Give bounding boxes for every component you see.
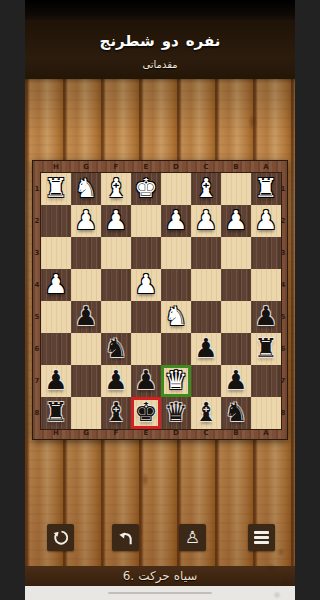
- black-queen: ♛: [161, 397, 191, 429]
- black-bishop: ♝: [191, 397, 221, 429]
- white-rook: ♜: [251, 173, 281, 205]
- white-pawn: ♟: [221, 205, 251, 237]
- white-rook: ♜: [41, 173, 71, 205]
- square-a4[interactable]: [251, 269, 281, 301]
- menu-button[interactable]: [248, 524, 275, 551]
- move-number: 6.: [123, 569, 134, 583]
- black-rook: ♜: [41, 397, 71, 429]
- square-d8[interactable]: ♛: [161, 397, 191, 429]
- white-bishop: ♝: [101, 173, 131, 205]
- square-g2[interactable]: ♟: [71, 205, 101, 237]
- rank-label-7: 7: [33, 365, 41, 397]
- black-pawn: ♟: [131, 365, 161, 397]
- black-pawn: ♟: [221, 365, 251, 397]
- square-f5[interactable]: [101, 301, 131, 333]
- black-pawn: ♟: [101, 365, 131, 397]
- square-e7[interactable]: ♟: [131, 365, 161, 397]
- square-g6[interactable]: [71, 333, 101, 365]
- square-f1[interactable]: ♝: [101, 173, 131, 205]
- square-b1[interactable]: [221, 173, 251, 205]
- restart-button[interactable]: [47, 524, 74, 551]
- rank-label-4: 4: [33, 269, 41, 301]
- square-g1[interactable]: ♞: [71, 173, 101, 205]
- status-word-1: حرکت: [138, 569, 170, 583]
- black-knight: ♞: [221, 397, 251, 429]
- square-e5[interactable]: [131, 301, 161, 333]
- white-pawn: ♟: [101, 205, 131, 237]
- move-status-bar: 6. حرکت سیاه: [25, 566, 295, 586]
- square-a1[interactable]: ♜: [251, 173, 281, 205]
- square-h4[interactable]: ♟: [41, 269, 71, 301]
- square-g4[interactable]: [71, 269, 101, 301]
- square-h6[interactable]: [41, 333, 71, 365]
- square-h7[interactable]: ♟: [41, 365, 71, 397]
- square-c2[interactable]: ♟: [191, 205, 221, 237]
- square-b8[interactable]: ♞: [221, 397, 251, 429]
- white-pawn: ♟: [191, 205, 221, 237]
- white-queen: ♛: [161, 365, 191, 397]
- title-word-2: دو: [162, 32, 179, 50]
- black-pawn: ♟: [71, 301, 101, 333]
- square-f2[interactable]: ♟: [101, 205, 131, 237]
- black-pawn: ♟: [251, 301, 281, 333]
- square-e3[interactable]: [131, 237, 161, 269]
- square-e4[interactable]: ♟: [131, 269, 161, 301]
- square-c4[interactable]: [191, 269, 221, 301]
- square-g3[interactable]: [71, 237, 101, 269]
- rank-label-3: 3: [33, 237, 41, 269]
- black-bishop: ♝: [101, 397, 131, 429]
- android-status-bar: [25, 0, 295, 20]
- square-g5[interactable]: ♟: [71, 301, 101, 333]
- undo-icon: [116, 528, 135, 547]
- file-label-e: E: [131, 161, 161, 173]
- square-c8[interactable]: ♝: [191, 397, 221, 429]
- page-subtitle: مقدماتی: [25, 59, 295, 70]
- square-d2[interactable]: ♟: [161, 205, 191, 237]
- file-label-a: A: [251, 161, 281, 173]
- rank-label-5: 5: [33, 301, 41, 333]
- page-title: شطرنج دو نفره: [25, 32, 295, 50]
- app-screen: شطرنج دو نفره مقدماتی HGFEDCBA HGFEDCBA …: [25, 0, 295, 600]
- square-a8[interactable]: [251, 397, 281, 429]
- pawn-icon: ♙: [185, 524, 200, 551]
- pieces-button[interactable]: ♙: [179, 524, 206, 551]
- square-h5[interactable]: [41, 301, 71, 333]
- white-knight: ♞: [161, 301, 191, 333]
- square-b7[interactable]: ♟: [221, 365, 251, 397]
- black-knight: ♞: [101, 333, 131, 365]
- white-pawn: ♟: [161, 205, 191, 237]
- square-b2[interactable]: ♟: [221, 205, 251, 237]
- title-word-3: نفره: [186, 32, 221, 50]
- file-label-b: B: [221, 161, 251, 173]
- square-d1[interactable]: [161, 173, 191, 205]
- square-a5[interactable]: ♟: [251, 301, 281, 333]
- square-b5[interactable]: [221, 301, 251, 333]
- square-a6[interactable]: ♜: [251, 333, 281, 365]
- file-label-d: D: [161, 161, 191, 173]
- square-c5[interactable]: [191, 301, 221, 333]
- square-h2[interactable]: [41, 205, 71, 237]
- menu-icon: [254, 531, 269, 544]
- undo-button[interactable]: [112, 524, 139, 551]
- restart-icon: [51, 528, 70, 547]
- white-knight: ♞: [71, 173, 101, 205]
- square-h1[interactable]: ♜: [41, 173, 71, 205]
- white-pawn: ♟: [41, 269, 71, 301]
- square-f8[interactable]: ♝: [101, 397, 131, 429]
- square-d7[interactable]: ♛: [161, 365, 191, 397]
- rank-label-6: 6: [33, 333, 41, 365]
- square-g7[interactable]: [71, 365, 101, 397]
- square-e2[interactable]: [131, 205, 161, 237]
- square-a7[interactable]: [251, 365, 281, 397]
- square-a2[interactable]: ♟: [251, 205, 281, 237]
- square-f3[interactable]: [101, 237, 131, 269]
- square-b4[interactable]: [221, 269, 251, 301]
- square-d6[interactable]: [161, 333, 191, 365]
- file-labels-top: HGFEDCBA: [41, 161, 281, 173]
- bottom-indicator: [108, 592, 212, 594]
- app-header: شطرنج دو نفره مقدماتی: [25, 20, 295, 79]
- white-pawn: ♟: [251, 205, 281, 237]
- white-pawn: ♟: [131, 269, 161, 301]
- square-g8[interactable]: [71, 397, 101, 429]
- square-a3[interactable]: [251, 237, 281, 269]
- board-grid: ♜♞♝♚♝♜♟♟♟♟♟♟♟♟♟♞♟♞♟♜♟♟♟♛♟♜♝♚♛♝♞: [41, 173, 281, 429]
- black-king: ♚: [131, 397, 161, 429]
- square-c1[interactable]: ♝: [191, 173, 221, 205]
- square-f4[interactable]: [101, 269, 131, 301]
- file-label-g: G: [71, 161, 101, 173]
- square-h8[interactable]: ♜: [41, 397, 71, 429]
- square-d3[interactable]: [161, 237, 191, 269]
- square-e8[interactable]: ♚: [131, 397, 161, 429]
- rank-label-2: 2: [33, 205, 41, 237]
- rank-label-1: 1: [33, 173, 41, 205]
- black-pawn: ♟: [191, 333, 221, 365]
- square-d4[interactable]: [161, 269, 191, 301]
- bottom-strip: [25, 586, 295, 600]
- square-d5[interactable]: ♞: [161, 301, 191, 333]
- square-c7[interactable]: [191, 365, 221, 397]
- square-e1[interactable]: ♚: [131, 173, 161, 205]
- square-f6[interactable]: ♞: [101, 333, 131, 365]
- square-h3[interactable]: [41, 237, 71, 269]
- square-e6[interactable]: [131, 333, 161, 365]
- square-c6[interactable]: ♟: [191, 333, 221, 365]
- file-label-f: F: [101, 161, 131, 173]
- black-pawn: ♟: [41, 365, 71, 397]
- square-b6[interactable]: [221, 333, 251, 365]
- chess-board: HGFEDCBA HGFEDCBA 12345678 12345678 ♜♞♝♚…: [32, 160, 288, 440]
- white-bishop: ♝: [191, 173, 221, 205]
- black-rook: ♜: [251, 333, 281, 365]
- rank-label-8: 8: [33, 397, 41, 429]
- white-pawn: ♟: [71, 205, 101, 237]
- file-label-h: H: [41, 161, 71, 173]
- status-word-2: سیاه: [174, 569, 198, 583]
- square-c3[interactable]: [191, 237, 221, 269]
- square-b3[interactable]: [221, 237, 251, 269]
- file-label-c: C: [191, 161, 221, 173]
- title-word-1: شطرنج: [100, 32, 155, 50]
- square-f7[interactable]: ♟: [101, 365, 131, 397]
- white-king: ♚: [131, 173, 161, 205]
- rank-labels-left: 12345678: [33, 173, 41, 429]
